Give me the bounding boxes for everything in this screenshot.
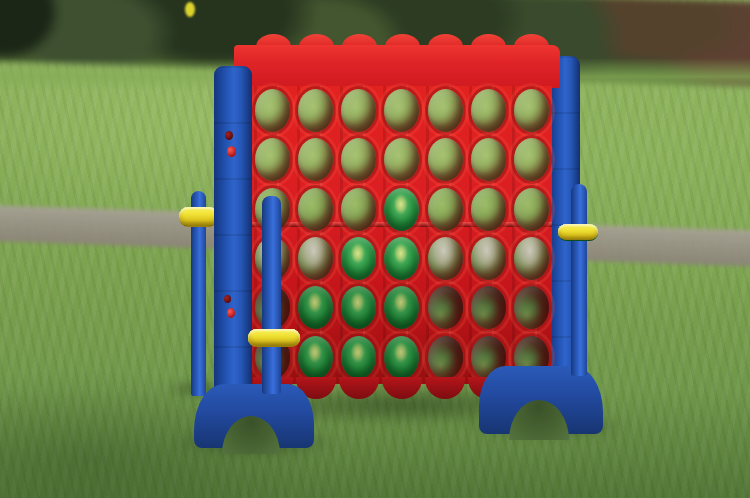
empty-hole <box>298 138 333 181</box>
cell-r3-c2 <box>294 185 337 234</box>
cell-r3-c5 <box>424 185 467 234</box>
cell-r2-c6 <box>467 135 510 184</box>
empty-hole <box>341 138 376 181</box>
empty-hole <box>298 237 333 280</box>
cell-r1-c6 <box>467 86 510 135</box>
cell-r2-c4 <box>380 135 423 184</box>
cell-r3-c6 <box>467 185 510 234</box>
cell-r1-c3 <box>337 86 380 135</box>
empty-hole <box>428 138 463 181</box>
empty-hole <box>428 89 463 132</box>
latch-knob-icon <box>227 308 235 318</box>
cell-r1-c1 <box>251 86 294 135</box>
cell-r6-c2 <box>294 333 337 382</box>
empty-hole <box>471 138 506 181</box>
cell-r4-c3 <box>337 234 380 283</box>
cell-r3-c3 <box>337 185 380 234</box>
empty-hole <box>428 237 463 280</box>
yellow-flower <box>185 2 195 17</box>
cell-r4-c5 <box>424 234 467 283</box>
cell-r1-c2 <box>294 86 337 135</box>
cell-r5-c2 <box>294 283 337 332</box>
cell-r6-c4 <box>380 333 423 382</box>
board-column-6[interactable] <box>467 86 510 382</box>
left-frame-leg <box>214 66 252 396</box>
empty-hole <box>255 89 290 132</box>
empty-hole <box>514 188 549 231</box>
cell-r1-c4 <box>380 86 423 135</box>
right-front-storage-peg <box>571 184 587 376</box>
empty-hole <box>471 89 506 132</box>
empty-hole <box>384 89 419 132</box>
cell-r3-c4 <box>380 185 423 234</box>
green-disc <box>384 188 419 231</box>
cell-r2-c2 <box>294 135 337 184</box>
empty-hole <box>428 188 463 231</box>
green-disc <box>341 237 376 280</box>
right-foot-arch <box>509 400 569 440</box>
cell-r5-c5 <box>424 283 467 332</box>
green-disc <box>384 237 419 280</box>
empty-hole <box>514 237 549 280</box>
cell-r2-c3 <box>337 135 380 184</box>
cell-r2-c1 <box>251 135 294 184</box>
board-column-3[interactable] <box>337 86 380 382</box>
board-column-5[interactable] <box>424 86 467 382</box>
empty-hole <box>298 188 333 231</box>
stored-disc-yellow <box>558 224 598 240</box>
cell-r4-c2 <box>294 234 337 283</box>
empty-hole <box>514 138 549 181</box>
board-column-2[interactable] <box>294 86 337 382</box>
stored-disc-yellow <box>179 207 218 226</box>
latch-knob-icon <box>224 295 231 303</box>
green-disc <box>384 286 419 329</box>
green-disc <box>341 286 376 329</box>
green-disc <box>341 336 376 379</box>
empty-hole <box>341 188 376 231</box>
green-disc <box>298 286 333 329</box>
empty-hole <box>298 89 333 132</box>
cell-r4-c7 <box>510 234 553 283</box>
cell-r4-c6 <box>467 234 510 283</box>
stored-disc-yellow <box>248 329 300 346</box>
empty-hole <box>428 286 463 329</box>
empty-hole <box>471 286 506 329</box>
empty-hole <box>514 89 549 132</box>
latch-knob-icon <box>227 146 236 157</box>
empty-hole <box>384 138 419 181</box>
cell-r6-c5 <box>424 333 467 382</box>
cell-r1-c5 <box>424 86 467 135</box>
cell-r5-c6 <box>467 283 510 332</box>
cell-r5-c4 <box>380 283 423 332</box>
cell-r2-c7 <box>510 135 553 184</box>
green-disc <box>298 336 333 379</box>
empty-hole <box>471 188 506 231</box>
empty-hole <box>514 286 549 329</box>
left-foot-arch <box>222 416 280 454</box>
garden-scene <box>0 0 750 498</box>
cell-r5-c3 <box>337 283 380 332</box>
board-top-rail <box>234 45 560 88</box>
board-column-7[interactable] <box>510 86 553 382</box>
cell-r2-c5 <box>424 135 467 184</box>
left-front-storage-peg <box>262 196 281 394</box>
green-disc <box>384 336 419 379</box>
empty-hole <box>255 138 290 181</box>
cell-r6-c3 <box>337 333 380 382</box>
left-foot <box>194 384 314 448</box>
empty-hole <box>471 237 506 280</box>
cell-r5-c7 <box>510 283 553 332</box>
cell-r1-c7 <box>510 86 553 135</box>
cell-r3-c7 <box>510 185 553 234</box>
latch-knob-icon <box>225 131 233 140</box>
right-foot <box>479 366 603 434</box>
empty-hole <box>341 89 376 132</box>
board-column-4[interactable] <box>380 86 423 382</box>
empty-hole <box>428 336 463 379</box>
cell-r4-c4 <box>380 234 423 283</box>
